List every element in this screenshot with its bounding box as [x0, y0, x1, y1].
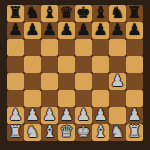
- piece-white-pawn[interactable]: ♟: [25, 106, 39, 123]
- square-c4[interactable]: [41, 73, 58, 90]
- piece-black-pawn[interactable]: ♟: [8, 21, 22, 38]
- piece-black-rook[interactable]: ♜: [127, 4, 141, 21]
- square-a4[interactable]: [7, 73, 24, 90]
- square-d1[interactable]: ♛: [58, 124, 75, 141]
- square-f1[interactable]: ♝: [92, 124, 109, 141]
- piece-white-rook[interactable]: ♜: [127, 123, 141, 140]
- square-f5[interactable]: [92, 56, 109, 73]
- piece-white-queen[interactable]: ♛: [59, 123, 73, 140]
- piece-white-bishop[interactable]: ♝: [93, 123, 107, 140]
- piece-white-pawn[interactable]: ♟: [8, 106, 22, 123]
- piece-black-pawn[interactable]: ♟: [59, 21, 73, 38]
- square-h4[interactable]: [126, 73, 143, 90]
- square-a5[interactable]: [7, 56, 24, 73]
- square-c1[interactable]: ♝: [41, 124, 58, 141]
- piece-black-bishop[interactable]: ♝: [42, 4, 56, 21]
- piece-black-king[interactable]: ♚: [76, 4, 90, 21]
- piece-white-pawn[interactable]: ♟: [93, 106, 107, 123]
- square-f6[interactable]: [92, 39, 109, 56]
- piece-white-bishop[interactable]: ♝: [42, 123, 56, 140]
- piece-white-pawn[interactable]: ♟: [42, 106, 56, 123]
- square-b5[interactable]: [24, 56, 41, 73]
- square-e1[interactable]: ♚: [75, 124, 92, 141]
- piece-white-pawn[interactable]: ♟: [110, 72, 124, 89]
- square-b6[interactable]: [24, 39, 41, 56]
- square-e5[interactable]: [75, 56, 92, 73]
- piece-black-knight[interactable]: ♞: [110, 4, 124, 21]
- piece-black-pawn[interactable]: ♟: [93, 21, 107, 38]
- square-a6[interactable]: [7, 39, 24, 56]
- piece-white-pawn[interactable]: ♟: [127, 106, 141, 123]
- square-g3[interactable]: [109, 90, 126, 107]
- piece-white-king[interactable]: ♚: [76, 123, 90, 140]
- square-b7[interactable]: ♟: [24, 22, 41, 39]
- piece-black-pawn[interactable]: ♟: [110, 21, 124, 38]
- piece-white-pawn[interactable]: ♟: [59, 106, 73, 123]
- square-b1[interactable]: ♞: [24, 124, 41, 141]
- square-b4[interactable]: [24, 73, 41, 90]
- piece-black-pawn[interactable]: ♟: [25, 21, 39, 38]
- piece-white-knight[interactable]: ♞: [110, 123, 124, 140]
- square-g4[interactable]: ♟: [109, 73, 126, 90]
- piece-white-rook[interactable]: ♜: [8, 123, 22, 140]
- chess-board: ♜♞♝♛♚♝♞♜♟♟♟♟♟♟♟♟♟♟♟♟♟♟♟♟♜♞♝♛♚♝♞♜: [7, 5, 143, 141]
- square-d4[interactable]: [58, 73, 75, 90]
- square-h6[interactable]: [126, 39, 143, 56]
- square-c7[interactable]: ♟: [41, 22, 58, 39]
- square-a7[interactable]: ♟: [7, 22, 24, 39]
- square-d7[interactable]: ♟: [58, 22, 75, 39]
- square-h7[interactable]: ♟: [126, 22, 143, 39]
- square-a1[interactable]: ♜: [7, 124, 24, 141]
- square-h5[interactable]: [126, 56, 143, 73]
- piece-black-knight[interactable]: ♞: [25, 4, 39, 21]
- square-g7[interactable]: ♟: [109, 22, 126, 39]
- square-c6[interactable]: [41, 39, 58, 56]
- square-d5[interactable]: [58, 56, 75, 73]
- square-f7[interactable]: ♟: [92, 22, 109, 39]
- square-e7[interactable]: ♟: [75, 22, 92, 39]
- square-e6[interactable]: [75, 39, 92, 56]
- square-g1[interactable]: ♞: [109, 124, 126, 141]
- square-d6[interactable]: [58, 39, 75, 56]
- piece-black-rook[interactable]: ♜: [8, 4, 22, 21]
- piece-black-bishop[interactable]: ♝: [93, 4, 107, 21]
- board-frame: ♜♞♝♛♚♝♞♜♟♟♟♟♟♟♟♟♟♟♟♟♟♟♟♟♜♞♝♛♚♝♞♜: [0, 0, 150, 150]
- piece-black-pawn[interactable]: ♟: [127, 21, 141, 38]
- piece-black-pawn[interactable]: ♟: [76, 21, 90, 38]
- square-h1[interactable]: ♜: [126, 124, 143, 141]
- piece-white-pawn[interactable]: ♟: [76, 106, 90, 123]
- piece-black-queen[interactable]: ♛: [59, 4, 73, 21]
- piece-black-pawn[interactable]: ♟: [42, 21, 56, 38]
- square-e4[interactable]: [75, 73, 92, 90]
- square-g6[interactable]: [109, 39, 126, 56]
- square-f4[interactable]: [92, 73, 109, 90]
- square-c5[interactable]: [41, 56, 58, 73]
- piece-white-knight[interactable]: ♞: [25, 123, 39, 140]
